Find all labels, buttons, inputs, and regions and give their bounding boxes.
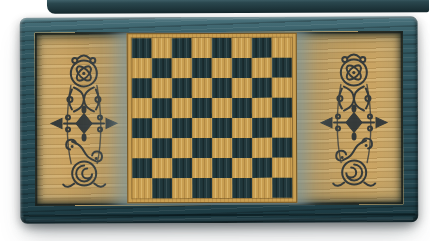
board-square[interactable] (172, 158, 192, 178)
board-square[interactable] (192, 98, 212, 118)
board-square[interactable] (212, 78, 232, 98)
board-square[interactable] (192, 58, 212, 78)
board-square[interactable] (152, 38, 172, 58)
celtic-ornament-left-icon (48, 51, 120, 191)
board-square[interactable] (212, 38, 232, 58)
photo-scene (0, 0, 430, 241)
board-square[interactable] (212, 98, 232, 118)
board-square[interactable] (172, 38, 192, 58)
board-square[interactable] (252, 58, 272, 78)
celtic-ornament-right-icon (318, 50, 390, 190)
board-square[interactable] (172, 58, 192, 78)
board-square[interactable] (252, 78, 272, 98)
board-square[interactable] (272, 98, 292, 118)
board-square[interactable] (132, 138, 152, 158)
board-square[interactable] (152, 118, 172, 138)
chess-box-frame (20, 16, 419, 223)
board-square[interactable] (152, 98, 172, 118)
board-square[interactable] (272, 118, 292, 138)
board-square[interactable] (212, 178, 232, 198)
board-square[interactable] (272, 78, 292, 98)
board-square[interactable] (252, 38, 272, 58)
board-square[interactable] (232, 58, 252, 78)
board-square[interactable] (132, 38, 152, 58)
board-square[interactable] (152, 178, 172, 198)
board-square[interactable] (272, 178, 292, 198)
board-square[interactable] (272, 58, 292, 78)
board-square[interactable] (172, 98, 192, 118)
chess-board-inlay (127, 33, 298, 204)
board-square[interactable] (132, 158, 152, 178)
board-square[interactable] (192, 38, 212, 58)
board-square[interactable] (212, 118, 232, 138)
board-square[interactable] (152, 138, 172, 158)
board-square[interactable] (192, 178, 212, 198)
board-square[interactable] (132, 118, 152, 138)
board-square[interactable] (192, 78, 212, 98)
board-square[interactable] (192, 158, 212, 178)
oak-panel (35, 31, 404, 205)
board-square[interactable] (252, 158, 272, 178)
board-square[interactable] (232, 178, 252, 198)
board-square[interactable] (232, 98, 252, 118)
board-square[interactable] (252, 138, 272, 158)
board-square[interactable] (132, 98, 152, 118)
board-square[interactable] (232, 118, 252, 138)
board-square[interactable] (212, 138, 232, 158)
box-base-edge (25, 217, 413, 221)
board-square[interactable] (192, 118, 212, 138)
board-square[interactable] (152, 58, 172, 78)
board-square[interactable] (232, 158, 252, 178)
lid-back-edge (47, 0, 429, 14)
board-square[interactable] (172, 118, 192, 138)
board-square[interactable] (132, 78, 152, 98)
board-square[interactable] (212, 58, 232, 78)
board-square[interactable] (152, 78, 172, 98)
board-square[interactable] (252, 178, 272, 198)
board-square[interactable] (132, 58, 152, 78)
chess-board (132, 38, 293, 199)
board-square[interactable] (252, 98, 272, 118)
board-square[interactable] (232, 38, 252, 58)
board-square[interactable] (212, 158, 232, 178)
board-square[interactable] (152, 158, 172, 178)
board-square[interactable] (272, 38, 292, 58)
board-square[interactable] (232, 138, 252, 158)
lid-seam (23, 213, 415, 216)
board-square[interactable] (172, 178, 192, 198)
board-square[interactable] (132, 178, 152, 198)
board-square[interactable] (252, 118, 272, 138)
board-square[interactable] (232, 78, 252, 98)
board-square[interactable] (172, 138, 192, 158)
board-square[interactable] (192, 138, 212, 158)
board-square[interactable] (272, 158, 292, 178)
board-square[interactable] (272, 138, 292, 158)
board-square[interactable] (172, 78, 192, 98)
